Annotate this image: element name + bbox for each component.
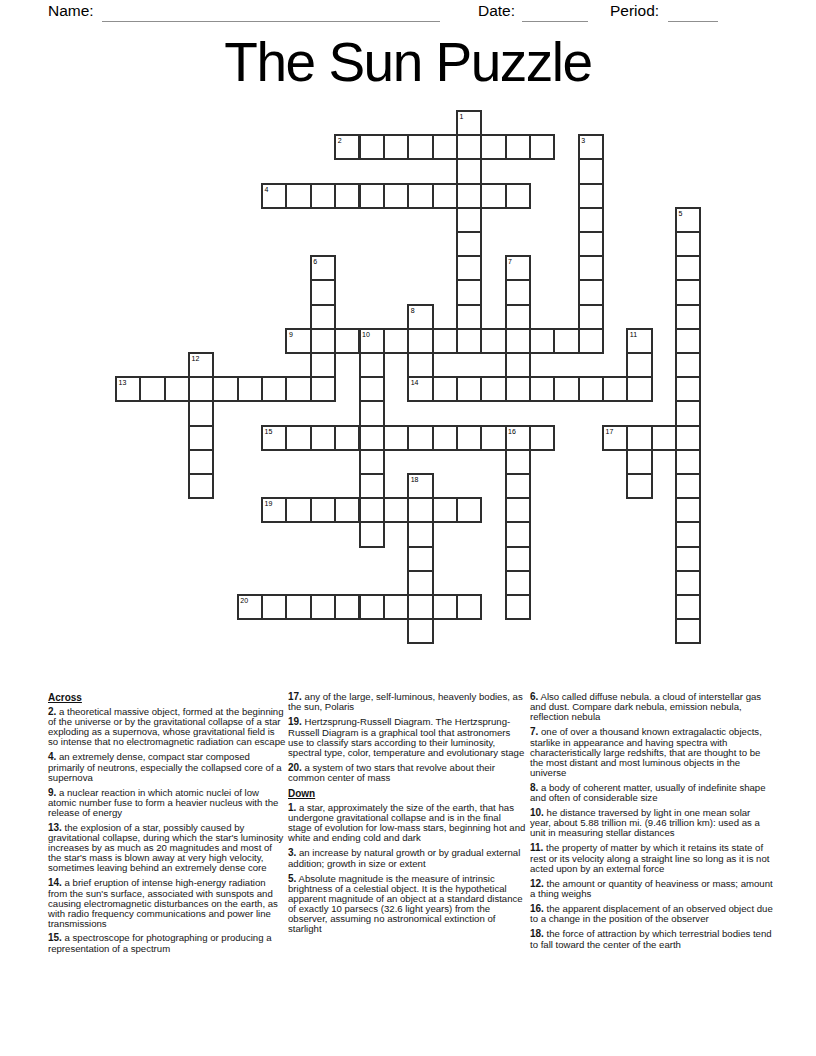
clue-down-3: 3. an increase by natural growth or by g… <box>288 848 526 868</box>
grid-cell-r9c17[interactable] <box>529 328 555 354</box>
grid-cell-r10c12[interactable] <box>407 352 433 378</box>
grid-cell-r11c1[interactable] <box>139 376 165 402</box>
clue-across-19: 19. Hertzsprung-Russell Diagram. The Her… <box>288 717 526 757</box>
cell-number-20: 20 <box>240 597 248 604</box>
name-label: Name: <box>48 2 94 20</box>
grid-cell-r5c23[interactable] <box>675 231 701 257</box>
grid-cell-r1c17[interactable] <box>529 134 555 160</box>
clue-down-10: 10. he distance traversed by light in on… <box>530 808 773 838</box>
grid-cell-r10c10[interactable] <box>359 352 385 378</box>
grid-cell-r3c15[interactable] <box>480 183 506 209</box>
grid-cell-r12c10[interactable] <box>359 400 385 426</box>
clue-column-right: 6. Also called diffuse nebula. a cloud o… <box>530 692 773 955</box>
date-label: Date: <box>478 2 515 20</box>
grid-cell-r14c16[interactable] <box>505 449 531 475</box>
grid-cell-r19c16[interactable] <box>505 570 531 596</box>
grid-cell-r7c19[interactable] <box>578 279 604 305</box>
grid-cell-r7c8[interactable] <box>310 279 336 305</box>
grid-cell-r16c11[interactable] <box>383 497 409 523</box>
grid-cell-r3c7[interactable] <box>285 183 311 209</box>
grid-cell-r8c14[interactable] <box>456 304 482 330</box>
grid-cell-r11c14[interactable] <box>456 376 482 402</box>
date-blank[interactable] <box>522 2 588 22</box>
grid-cell-r17c10[interactable] <box>359 521 385 547</box>
grid-cell-r4c14[interactable] <box>456 207 482 233</box>
grid-cell-r8c23[interactable] <box>675 304 701 330</box>
grid-cell-r9c18[interactable] <box>553 328 579 354</box>
grid-cell-r13c11[interactable] <box>383 425 409 451</box>
grid-cell-r2c14[interactable] <box>456 158 482 184</box>
grid-cell-r16c13[interactable] <box>432 497 458 523</box>
grid-cell-r11c10[interactable] <box>359 376 385 402</box>
clue-down-11: 11. the property of matter by which it r… <box>530 843 773 873</box>
grid-cell-r7c14[interactable] <box>456 279 482 305</box>
grid-cell-r20c7[interactable] <box>285 594 311 620</box>
grid-cell-r9c19[interactable] <box>578 328 604 354</box>
cell-number-17: 17 <box>606 428 614 435</box>
grid-cell-r17c12[interactable] <box>407 521 433 547</box>
clue-down-18: 18. the force of attraction by which ter… <box>530 929 773 949</box>
grid-cell-r9c13[interactable] <box>432 328 458 354</box>
grid-cell-r9c11[interactable] <box>383 328 409 354</box>
grid-cell-r11c21[interactable] <box>626 376 652 402</box>
grid-cell-r21c12[interactable] <box>407 618 433 644</box>
clue-across-4: 4. an extremely dense, compact star comp… <box>48 752 286 782</box>
grid-cell-r11c3[interactable] <box>188 376 214 402</box>
clue-down-12: 12. the amount or quantity of heaviness … <box>530 879 773 899</box>
cell-number-9: 9 <box>289 331 293 338</box>
clue-down-1: 1. a star, approximately the size of the… <box>288 803 526 843</box>
crossword-grid: 1234567891011121314151617181920 <box>115 110 703 646</box>
cell-number-5: 5 <box>679 210 683 217</box>
cell-number-15: 15 <box>265 428 273 435</box>
grid-cell-r3c14[interactable] <box>456 183 482 209</box>
grid-cell-r1c13[interactable] <box>432 134 458 160</box>
clue-across-13: 13. the explosion of a star, possibly ca… <box>48 823 286 873</box>
grid-cell-r9c16[interactable] <box>505 328 531 354</box>
grid-cell-r3c12[interactable] <box>407 183 433 209</box>
grid-cell-r3c19[interactable] <box>578 183 604 209</box>
grid-cell-r15c3[interactable] <box>188 473 214 499</box>
grid-cell-r9c14[interactable] <box>456 328 482 354</box>
cell-number-12: 12 <box>192 355 200 362</box>
cell-number-3: 3 <box>581 137 585 144</box>
grid-cell-r6c23[interactable] <box>675 255 701 281</box>
grid-cell-r7c16[interactable] <box>505 279 531 305</box>
grid-cell-r13c10[interactable] <box>359 425 385 451</box>
grid-cell-r20c14[interactable] <box>456 594 482 620</box>
grid-cell-r16c7[interactable] <box>285 497 311 523</box>
grid-cell-r20c10[interactable] <box>359 594 385 620</box>
cell-number-7: 7 <box>508 258 512 265</box>
grid-cell-r11c8[interactable] <box>310 376 336 402</box>
grid-cell-r9c15[interactable] <box>480 328 506 354</box>
grid-cell-r11c17[interactable] <box>529 376 555 402</box>
grid-cell-r16c16[interactable] <box>505 497 531 523</box>
grid-cell-r11c2[interactable] <box>164 376 190 402</box>
grid-cell-r18c23[interactable] <box>675 546 701 572</box>
grid-cell-r14c23[interactable] <box>675 449 701 475</box>
name-blank[interactable] <box>102 2 440 22</box>
grid-cell-r20c13[interactable] <box>432 594 458 620</box>
grid-cell-r17c23[interactable] <box>675 521 701 547</box>
grid-cell-r10c8[interactable] <box>310 352 336 378</box>
grid-cell-r3c16[interactable] <box>505 183 531 209</box>
clue-down-7: 7. one of over a thousand known extragal… <box>530 727 773 777</box>
cell-number-14: 14 <box>411 379 419 386</box>
grid-cell-r11c20[interactable] <box>602 376 628 402</box>
grid-cell-r11c5[interactable] <box>237 376 263 402</box>
grid-cell-r16c10[interactable] <box>359 497 385 523</box>
grid-cell-r20c9[interactable] <box>334 594 360 620</box>
cell-number-1: 1 <box>459 113 463 120</box>
grid-cell-r6c14[interactable] <box>456 255 482 281</box>
clue-down-5: 5. Absolute magnitude is the measure of … <box>288 874 526 934</box>
grid-cell-r10c23[interactable] <box>675 352 701 378</box>
grid-cell-r13c13[interactable] <box>432 425 458 451</box>
grid-cell-r11c23[interactable] <box>675 376 701 402</box>
clue-across-14: 14. a brief eruption of intense high-ene… <box>48 878 286 928</box>
grid-cell-r8c19[interactable] <box>578 304 604 330</box>
grid-cell-r15c16[interactable] <box>505 473 531 499</box>
across-heading: Across <box>48 692 286 703</box>
grid-cell-r9c9[interactable] <box>334 328 360 354</box>
grid-cell-r11c13[interactable] <box>432 376 458 402</box>
grid-cell-r8c8[interactable] <box>310 304 336 330</box>
cell-number-18: 18 <box>411 476 419 483</box>
grid-cell-r15c21[interactable] <box>626 473 652 499</box>
grid-cell-r14c10[interactable] <box>359 449 385 475</box>
grid-cell-r16c12[interactable] <box>407 497 433 523</box>
grid-cell-r13c22[interactable] <box>651 425 677 451</box>
clue-down-6: 6. Also called diffuse nebula. a cloud o… <box>530 692 773 722</box>
clue-across-9: 9. a nuclear reaction in which atomic nu… <box>48 788 286 818</box>
grid-cell-r18c16[interactable] <box>505 546 531 572</box>
grid-cell-r20c12[interactable] <box>407 594 433 620</box>
grid-cell-r11c4[interactable] <box>212 376 238 402</box>
grid-cell-r16c14[interactable] <box>456 497 482 523</box>
grid-cell-r13c15[interactable] <box>480 425 506 451</box>
grid-cell-r9c12[interactable] <box>407 328 433 354</box>
grid-cell-r10c16[interactable] <box>505 352 531 378</box>
grid-cell-r11c6[interactable] <box>261 376 287 402</box>
clue-across-2: 2. a theoretical massive object, formed … <box>48 707 286 747</box>
grid-cell-r11c7[interactable] <box>285 376 311 402</box>
grid-cell-r13c8[interactable] <box>310 425 336 451</box>
grid-cell-r6c19[interactable] <box>578 255 604 281</box>
grid-cell-r10c21[interactable] <box>626 352 652 378</box>
cell-number-6: 6 <box>313 258 317 265</box>
grid-cell-r1c12[interactable] <box>407 134 433 160</box>
grid-cell-r1c16[interactable] <box>505 134 531 160</box>
clue-column-left: Across2. a theoretical massive object, f… <box>48 692 286 959</box>
grid-cell-r16c23[interactable] <box>675 497 701 523</box>
grid-cell-r3c10[interactable] <box>359 183 385 209</box>
grid-cell-r13c14[interactable] <box>456 425 482 451</box>
grid-cell-r11c19[interactable] <box>578 376 604 402</box>
cell-number-11: 11 <box>630 331 637 338</box>
grid-cell-r12c23[interactable] <box>675 400 701 426</box>
grid-cell-r3c8[interactable] <box>310 183 336 209</box>
period-blank[interactable] <box>668 2 718 22</box>
grid-cell-r12c3[interactable] <box>188 400 214 426</box>
grid-cell-r9c8[interactable] <box>310 328 336 354</box>
grid-cell-r1c11[interactable] <box>383 134 409 160</box>
grid-cell-r1c10[interactable] <box>359 134 385 160</box>
grid-cell-r13c23[interactable] <box>675 425 701 451</box>
grid-cell-r21c23[interactable] <box>675 618 701 644</box>
grid-cell-r5c19[interactable] <box>578 231 604 257</box>
grid-cell-r13c3[interactable] <box>188 425 214 451</box>
clue-column-middle: 17. any of the large, self-luminous, hea… <box>288 692 526 939</box>
down-heading: Down <box>288 788 526 799</box>
grid-cell-r3c13[interactable] <box>432 183 458 209</box>
grid-cell-r13c21[interactable] <box>626 425 652 451</box>
grid-cell-r19c12[interactable] <box>407 570 433 596</box>
grid-cell-r20c8[interactable] <box>310 594 336 620</box>
grid-cell-r13c7[interactable] <box>285 425 311 451</box>
grid-cell-r15c10[interactable] <box>359 473 385 499</box>
clue-down-8: 8. a body of coherent matter, usually of… <box>530 783 773 803</box>
cell-number-4: 4 <box>265 186 269 193</box>
cell-number-19: 19 <box>265 500 273 507</box>
grid-cell-r8c16[interactable] <box>505 304 531 330</box>
grid-cell-r13c17[interactable] <box>529 425 555 451</box>
grid-cell-r14c3[interactable] <box>188 449 214 475</box>
grid-cell-r9c23[interactable] <box>675 328 701 354</box>
grid-cell-r11c15[interactable] <box>480 376 506 402</box>
cell-number-16: 16 <box>508 428 516 435</box>
grid-cell-r13c12[interactable] <box>407 425 433 451</box>
grid-cell-r3c9[interactable] <box>334 183 360 209</box>
cell-number-2: 2 <box>338 137 342 144</box>
grid-cell-r20c23[interactable] <box>675 594 701 620</box>
grid-cell-r20c6[interactable] <box>261 594 287 620</box>
clue-down-16: 16. the apparent displacement of an obse… <box>530 904 773 924</box>
clue-across-15: 15. a spectroscope for photographing or … <box>48 933 286 953</box>
grid-cell-r13c9[interactable] <box>334 425 360 451</box>
clue-across-17: 17. any of the large, self-luminous, hea… <box>288 692 526 712</box>
cell-number-8: 8 <box>411 307 415 314</box>
cell-number-10: 10 <box>362 331 370 338</box>
grid-cell-r7c23[interactable] <box>675 279 701 305</box>
grid-cell-r11c16[interactable] <box>505 376 531 402</box>
cell-number-13: 13 <box>119 379 127 386</box>
grid-cell-r4c19[interactable] <box>578 207 604 233</box>
grid-cell-r1c14[interactable] <box>456 134 482 160</box>
period-label: Period: <box>610 2 659 20</box>
grid-cell-r14c21[interactable] <box>626 449 652 475</box>
clue-across-20: 20. a system of two stars that revolve a… <box>288 763 526 783</box>
grid-cell-r16c9[interactable] <box>334 497 360 523</box>
grid-cell-r20c16[interactable] <box>505 594 531 620</box>
grid-cell-r20c11[interactable] <box>383 594 409 620</box>
grid-cell-r17c16[interactable] <box>505 521 531 547</box>
grid-cell-r19c23[interactable] <box>675 570 701 596</box>
grid-cell-r15c23[interactable] <box>675 473 701 499</box>
grid-cell-r2c19[interactable] <box>578 158 604 184</box>
grid-cell-r5c14[interactable] <box>456 231 482 257</box>
grid-cell-r16c8[interactable] <box>310 497 336 523</box>
grid-cell-r18c12[interactable] <box>407 546 433 572</box>
grid-cell-r1c15[interactable] <box>480 134 506 160</box>
grid-cell-r11c18[interactable] <box>553 376 579 402</box>
puzzle-title: The Sun Puzzle <box>0 30 816 94</box>
worksheet-page: Name: Date: Period: The Sun Puzzle 12345… <box>0 0 816 1056</box>
grid-cell-r3c11[interactable] <box>383 183 409 209</box>
